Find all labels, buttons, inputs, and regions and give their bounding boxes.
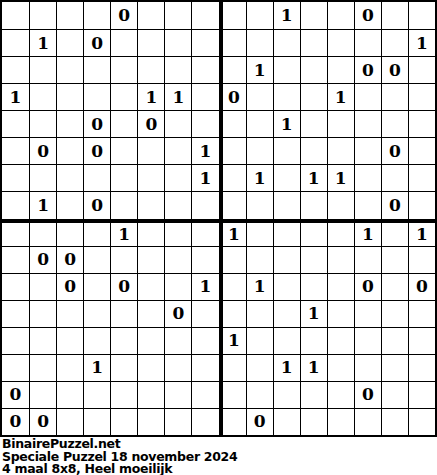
cell-r11c14-given: 0 bbox=[354, 273, 381, 300]
cell-r16c9-empty[interactable] bbox=[219, 408, 246, 435]
cell-r10c10-empty[interactable] bbox=[246, 246, 273, 273]
cell-r10c12-empty[interactable] bbox=[300, 246, 327, 273]
cell-r3c1-empty[interactable] bbox=[2, 56, 29, 83]
cell-r1c16-empty[interactable] bbox=[408, 2, 435, 29]
cell-r13c2-empty[interactable] bbox=[29, 327, 56, 354]
cell-r13c12-empty[interactable] bbox=[300, 327, 327, 354]
cell-r7c14-empty[interactable] bbox=[354, 164, 381, 191]
cell-r6c3-empty[interactable] bbox=[56, 137, 83, 164]
cell-r4c15-empty[interactable] bbox=[381, 83, 408, 110]
cell-r7c13-given: 1 bbox=[327, 164, 354, 191]
cell-r10c5-empty[interactable] bbox=[110, 246, 137, 273]
cell-r8c15-given: 0 bbox=[381, 191, 408, 218]
cell-r8c9-empty[interactable] bbox=[219, 191, 246, 218]
cell-r12c11-empty[interactable] bbox=[273, 300, 300, 327]
cell-r12c1-empty[interactable] bbox=[2, 300, 29, 327]
cell-r3c9-empty[interactable] bbox=[219, 56, 246, 83]
cell-r14c12-given: 1 bbox=[300, 354, 327, 381]
cell-r10c9-empty[interactable] bbox=[219, 246, 246, 273]
cell-r13c3-empty[interactable] bbox=[56, 327, 83, 354]
cell-r16c5-empty[interactable] bbox=[110, 408, 137, 435]
cell-r7c12-given: 1 bbox=[300, 164, 327, 191]
cell-r4c2-empty[interactable] bbox=[29, 83, 56, 110]
cell-r3c15-given: 0 bbox=[381, 56, 408, 83]
cell-r7c6-empty[interactable] bbox=[137, 164, 164, 191]
cell-r14c7-empty[interactable] bbox=[164, 354, 191, 381]
cell-r7c9-empty[interactable] bbox=[219, 164, 246, 191]
cell-r8c6-empty[interactable] bbox=[137, 191, 164, 218]
cell-r13c9-given: 1 bbox=[219, 327, 246, 354]
cell-r9c3-empty[interactable] bbox=[56, 219, 83, 246]
cell-r10c1-empty[interactable] bbox=[2, 246, 29, 273]
cell-r16c6-empty[interactable] bbox=[137, 408, 164, 435]
cell-r5c6-given: 0 bbox=[137, 110, 164, 137]
cell-r6c6-empty[interactable] bbox=[137, 137, 164, 164]
cell-r4c3-empty[interactable] bbox=[56, 83, 83, 110]
cell-r2c4-given: 0 bbox=[83, 29, 110, 56]
cell-r13c5-empty[interactable] bbox=[110, 327, 137, 354]
cell-r1c2-empty[interactable] bbox=[29, 2, 56, 29]
cell-r1c9-empty[interactable] bbox=[219, 2, 246, 29]
cell-r11c11-empty[interactable] bbox=[273, 273, 300, 300]
cell-r7c11-empty[interactable] bbox=[273, 164, 300, 191]
cell-r2c15-empty[interactable] bbox=[381, 29, 408, 56]
cell-r8c10-empty[interactable] bbox=[246, 191, 273, 218]
cell-r1c6-empty[interactable] bbox=[137, 2, 164, 29]
cell-r10c16-empty[interactable] bbox=[408, 246, 435, 273]
cell-r7c15-empty[interactable] bbox=[381, 164, 408, 191]
cell-r15c7-empty[interactable] bbox=[164, 381, 191, 408]
cell-r5c14-empty[interactable] bbox=[354, 110, 381, 137]
cell-r1c15-empty[interactable] bbox=[381, 2, 408, 29]
cell-r4c7-given: 1 bbox=[164, 83, 191, 110]
cell-r8c8-empty[interactable] bbox=[191, 191, 218, 218]
cell-r16c12-empty[interactable] bbox=[300, 408, 327, 435]
cell-r1c13-empty[interactable] bbox=[327, 2, 354, 29]
cell-r14c16-empty[interactable] bbox=[408, 354, 435, 381]
cell-r9c16-given: 1 bbox=[408, 219, 435, 246]
cell-r12c14-empty[interactable] bbox=[354, 300, 381, 327]
cell-r12c10-empty[interactable] bbox=[246, 300, 273, 327]
cell-r8c16-empty[interactable] bbox=[408, 191, 435, 218]
cell-r10c14-empty[interactable] bbox=[354, 246, 381, 273]
cell-r16c13-empty[interactable] bbox=[327, 408, 354, 435]
cell-r15c13-empty[interactable] bbox=[327, 381, 354, 408]
cell-r15c11-empty[interactable] bbox=[273, 381, 300, 408]
cell-r15c5-empty[interactable] bbox=[110, 381, 137, 408]
cell-r8c14-empty[interactable] bbox=[354, 191, 381, 218]
cell-r10c2-given: 0 bbox=[29, 246, 56, 273]
cell-r14c14-empty[interactable] bbox=[354, 354, 381, 381]
cell-r3c7-empty[interactable] bbox=[164, 56, 191, 83]
cell-r13c10-empty[interactable] bbox=[246, 327, 273, 354]
cell-r11c10-given: 1 bbox=[246, 273, 273, 300]
cell-r9c14-given: 1 bbox=[354, 219, 381, 246]
cell-r7c3-empty[interactable] bbox=[56, 164, 83, 191]
cell-r1c1-empty[interactable] bbox=[2, 2, 29, 29]
cell-r4c4-empty[interactable] bbox=[83, 83, 110, 110]
cell-r9c4-empty[interactable] bbox=[83, 219, 110, 246]
cell-r2c12-empty[interactable] bbox=[300, 29, 327, 56]
cell-r16c4-empty[interactable] bbox=[83, 408, 110, 435]
cell-r14c5-empty[interactable] bbox=[110, 354, 137, 381]
cell-r6c1-empty[interactable] bbox=[2, 137, 29, 164]
cell-r5c3-empty[interactable] bbox=[56, 110, 83, 137]
cell-r2c7-empty[interactable] bbox=[164, 29, 191, 56]
cell-r2c6-empty[interactable] bbox=[137, 29, 164, 56]
cell-r12c8-empty[interactable] bbox=[191, 300, 218, 327]
cell-r4c14-empty[interactable] bbox=[354, 83, 381, 110]
cell-r4c10-empty[interactable] bbox=[246, 83, 273, 110]
puzzle-difficulty: 4 maal 8x8, Heel moeilijk bbox=[2, 463, 437, 475]
cell-r1c11-given: 1 bbox=[273, 2, 300, 29]
cell-r12c7-given: 0 bbox=[164, 300, 191, 327]
cell-r6c9-empty[interactable] bbox=[219, 137, 246, 164]
cell-r15c15-empty[interactable] bbox=[381, 381, 408, 408]
cell-r11c6-empty[interactable] bbox=[137, 273, 164, 300]
cell-r12c5-empty[interactable] bbox=[110, 300, 137, 327]
cell-r3c12-empty[interactable] bbox=[300, 56, 327, 83]
cell-r11c5-given: 0 bbox=[110, 273, 137, 300]
cell-r8c13-empty[interactable] bbox=[327, 191, 354, 218]
cell-r7c5-empty[interactable] bbox=[110, 164, 137, 191]
cell-r9c8-empty[interactable] bbox=[191, 219, 218, 246]
cell-r14c11-given: 1 bbox=[273, 354, 300, 381]
cell-r15c16-empty[interactable] bbox=[408, 381, 435, 408]
cell-r2c2-given: 1 bbox=[29, 29, 56, 56]
cell-r13c1-empty[interactable] bbox=[2, 327, 29, 354]
cell-r7c8-given: 1 bbox=[191, 164, 218, 191]
cell-r3c2-empty[interactable] bbox=[29, 56, 56, 83]
cell-r3c6-empty[interactable] bbox=[137, 56, 164, 83]
cell-r16c11-empty[interactable] bbox=[273, 408, 300, 435]
cell-r15c3-empty[interactable] bbox=[56, 381, 83, 408]
cell-r4c8-empty[interactable] bbox=[191, 83, 218, 110]
cell-r4c9-given: 0 bbox=[219, 83, 246, 110]
cell-r6c7-empty[interactable] bbox=[164, 137, 191, 164]
cell-r4c6-given: 1 bbox=[137, 83, 164, 110]
cell-r11c7-empty[interactable] bbox=[164, 273, 191, 300]
cell-r4c16-empty[interactable] bbox=[408, 83, 435, 110]
cell-r12c13-empty[interactable] bbox=[327, 300, 354, 327]
cell-r11c13-empty[interactable] bbox=[327, 273, 354, 300]
cell-r1c7-empty[interactable] bbox=[164, 2, 191, 29]
cell-r10c7-empty[interactable] bbox=[164, 246, 191, 273]
cell-r14c10-empty[interactable] bbox=[246, 354, 273, 381]
cell-r12c12-given: 1 bbox=[300, 300, 327, 327]
cell-r2c16-given: 1 bbox=[408, 29, 435, 56]
cell-r7c7-empty[interactable] bbox=[164, 164, 191, 191]
cell-r16c8-empty[interactable] bbox=[191, 408, 218, 435]
cell-r9c12-empty[interactable] bbox=[300, 219, 327, 246]
cell-r1c10-empty[interactable] bbox=[246, 2, 273, 29]
cell-r8c3-empty[interactable] bbox=[56, 191, 83, 218]
cell-r10c4-empty[interactable] bbox=[83, 246, 110, 273]
cell-r5c10-empty[interactable] bbox=[246, 110, 273, 137]
cell-r8c11-empty[interactable] bbox=[273, 191, 300, 218]
cell-r13c6-empty[interactable] bbox=[137, 327, 164, 354]
cell-r9c6-empty[interactable] bbox=[137, 219, 164, 246]
cell-r1c8-empty[interactable] bbox=[191, 2, 218, 29]
cell-r12c16-empty[interactable] bbox=[408, 300, 435, 327]
cell-r13c15-empty[interactable] bbox=[381, 327, 408, 354]
cell-r1c3-empty[interactable] bbox=[56, 2, 83, 29]
cell-r7c4-empty[interactable] bbox=[83, 164, 110, 191]
cell-r5c4-given: 0 bbox=[83, 110, 110, 137]
cell-r3c13-empty[interactable] bbox=[327, 56, 354, 83]
cell-r9c1-empty[interactable] bbox=[2, 219, 29, 246]
cell-r14c15-empty[interactable] bbox=[381, 354, 408, 381]
cell-r13c8-empty[interactable] bbox=[191, 327, 218, 354]
cell-r16c15-empty[interactable] bbox=[381, 408, 408, 435]
cell-r8c1-empty[interactable] bbox=[2, 191, 29, 218]
cell-r5c2-empty[interactable] bbox=[29, 110, 56, 137]
cell-r5c1-empty[interactable] bbox=[2, 110, 29, 137]
cell-r5c8-empty[interactable] bbox=[191, 110, 218, 137]
cell-r16c3-empty[interactable] bbox=[56, 408, 83, 435]
cell-r15c6-empty[interactable] bbox=[137, 381, 164, 408]
cell-r2c8-empty[interactable] bbox=[191, 29, 218, 56]
cell-r10c3-given: 0 bbox=[56, 246, 83, 273]
caption: BinairePuzzel.net Speciale Puzzel 18 nov… bbox=[0, 437, 437, 475]
cell-r9c7-empty[interactable] bbox=[164, 219, 191, 246]
cell-r2c11-empty[interactable] bbox=[273, 29, 300, 56]
cell-r15c2-empty[interactable] bbox=[29, 381, 56, 408]
cell-r4c13-given: 1 bbox=[327, 83, 354, 110]
cell-r9c9-given: 1 bbox=[219, 219, 246, 246]
cell-r3c8-empty[interactable] bbox=[191, 56, 218, 83]
cell-r15c1-given: 0 bbox=[2, 381, 29, 408]
cell-r14c1-empty[interactable] bbox=[2, 354, 29, 381]
cell-r7c16-empty[interactable] bbox=[408, 164, 435, 191]
cell-r9c2-empty[interactable] bbox=[29, 219, 56, 246]
cell-r3c3-empty[interactable] bbox=[56, 56, 83, 83]
cell-r14c8-empty[interactable] bbox=[191, 354, 218, 381]
cell-r8c5-empty[interactable] bbox=[110, 191, 137, 218]
cell-r6c5-empty[interactable] bbox=[110, 137, 137, 164]
cell-r6c12-empty[interactable] bbox=[300, 137, 327, 164]
cell-r11c12-empty[interactable] bbox=[300, 273, 327, 300]
cell-r13c4-empty[interactable] bbox=[83, 327, 110, 354]
cell-r8c7-empty[interactable] bbox=[164, 191, 191, 218]
cell-r3c4-empty[interactable] bbox=[83, 56, 110, 83]
cell-r16c10-given: 0 bbox=[246, 408, 273, 435]
cell-r15c9-empty[interactable] bbox=[219, 381, 246, 408]
cell-r14c2-empty[interactable] bbox=[29, 354, 56, 381]
cell-r4c5-empty[interactable] bbox=[110, 83, 137, 110]
cell-r15c8-empty[interactable] bbox=[191, 381, 218, 408]
cell-r5c11-given: 1 bbox=[273, 110, 300, 137]
cell-r9c5-given: 1 bbox=[110, 219, 137, 246]
cell-r2c1-empty[interactable] bbox=[2, 29, 29, 56]
cell-r9c13-empty[interactable] bbox=[327, 219, 354, 246]
cell-r14c4-given: 1 bbox=[83, 354, 110, 381]
cell-r11c8-given: 1 bbox=[191, 273, 218, 300]
cell-r10c13-empty[interactable] bbox=[327, 246, 354, 273]
cell-r12c3-empty[interactable] bbox=[56, 300, 83, 327]
cell-r7c1-empty[interactable] bbox=[2, 164, 29, 191]
cell-r6c16-empty[interactable] bbox=[408, 137, 435, 164]
cell-r3c11-empty[interactable] bbox=[273, 56, 300, 83]
cell-r6c11-empty[interactable] bbox=[273, 137, 300, 164]
cell-r10c6-empty[interactable] bbox=[137, 246, 164, 273]
cell-r5c13-empty[interactable] bbox=[327, 110, 354, 137]
cell-r14c6-empty[interactable] bbox=[137, 354, 164, 381]
cell-r5c16-empty[interactable] bbox=[408, 110, 435, 137]
cell-r11c2-empty[interactable] bbox=[29, 273, 56, 300]
cell-r12c9-empty[interactable] bbox=[219, 300, 246, 327]
cell-r3c10-given: 1 bbox=[246, 56, 273, 83]
cell-r1c5-given: 0 bbox=[110, 2, 137, 29]
cell-r7c2-empty[interactable] bbox=[29, 164, 56, 191]
cell-r13c14-empty[interactable] bbox=[354, 327, 381, 354]
cell-r11c9-empty[interactable] bbox=[219, 273, 246, 300]
cell-r11c4-empty[interactable] bbox=[83, 273, 110, 300]
cell-r15c12-empty[interactable] bbox=[300, 381, 327, 408]
cell-r6c15-given: 0 bbox=[381, 137, 408, 164]
cell-r16c7-empty[interactable] bbox=[164, 408, 191, 435]
cell-r5c5-empty[interactable] bbox=[110, 110, 137, 137]
cell-r15c4-empty[interactable] bbox=[83, 381, 110, 408]
cell-r3c5-empty[interactable] bbox=[110, 56, 137, 83]
cell-r1c12-empty[interactable] bbox=[300, 2, 327, 29]
cell-r5c12-empty[interactable] bbox=[300, 110, 327, 137]
cell-r8c12-empty[interactable] bbox=[300, 191, 327, 218]
cell-r16c1-given: 0 bbox=[2, 408, 29, 435]
cell-r6c14-empty[interactable] bbox=[354, 137, 381, 164]
cell-r12c4-empty[interactable] bbox=[83, 300, 110, 327]
cell-r16c14-empty[interactable] bbox=[354, 408, 381, 435]
cell-r5c7-empty[interactable] bbox=[164, 110, 191, 137]
cell-r2c10-empty[interactable] bbox=[246, 29, 273, 56]
cell-r12c15-empty[interactable] bbox=[381, 300, 408, 327]
cell-r14c3-empty[interactable] bbox=[56, 354, 83, 381]
cell-r9c10-empty[interactable] bbox=[246, 219, 273, 246]
cell-r3c14-given: 0 bbox=[354, 56, 381, 83]
cell-r12c2-empty[interactable] bbox=[29, 300, 56, 327]
cell-r2c13-empty[interactable] bbox=[327, 29, 354, 56]
cell-r13c13-empty[interactable] bbox=[327, 327, 354, 354]
binary-puzzle-board: 0101011001110100100101111100111100001100… bbox=[0, 0, 437, 437]
cell-r5c15-empty[interactable] bbox=[381, 110, 408, 137]
cell-r13c11-empty[interactable] bbox=[273, 327, 300, 354]
cell-r2c14-empty[interactable] bbox=[354, 29, 381, 56]
cell-r2c3-empty[interactable] bbox=[56, 29, 83, 56]
cell-r5c9-empty[interactable] bbox=[219, 110, 246, 137]
cell-r11c16-given: 0 bbox=[408, 273, 435, 300]
cell-r1c4-empty[interactable] bbox=[83, 2, 110, 29]
cell-r10c11-empty[interactable] bbox=[273, 246, 300, 273]
cell-r16c16-empty[interactable] bbox=[408, 408, 435, 435]
cell-r4c11-empty[interactable] bbox=[273, 83, 300, 110]
cell-r13c7-empty[interactable] bbox=[164, 327, 191, 354]
cell-r16c2-given: 0 bbox=[29, 408, 56, 435]
cell-r1c14-given: 0 bbox=[354, 2, 381, 29]
cell-r10c8-empty[interactable] bbox=[191, 246, 218, 273]
cell-r6c4-given: 0 bbox=[83, 137, 110, 164]
cell-r2c5-empty[interactable] bbox=[110, 29, 137, 56]
cell-r6c2-given: 0 bbox=[29, 137, 56, 164]
cell-r11c1-empty[interactable] bbox=[2, 273, 29, 300]
cell-r6c8-given: 1 bbox=[191, 137, 218, 164]
cell-r10c15-empty[interactable] bbox=[381, 246, 408, 273]
cell-r8c2-given: 1 bbox=[29, 191, 56, 218]
cell-r6c13-empty[interactable] bbox=[327, 137, 354, 164]
cell-r13c16-empty[interactable] bbox=[408, 327, 435, 354]
cell-r15c10-empty[interactable] bbox=[246, 381, 273, 408]
cell-r11c15-empty[interactable] bbox=[381, 273, 408, 300]
cell-r12c6-empty[interactable] bbox=[137, 300, 164, 327]
cell-r9c11-empty[interactable] bbox=[273, 219, 300, 246]
cell-r7c10-given: 1 bbox=[246, 164, 273, 191]
cell-r9c15-empty[interactable] bbox=[381, 219, 408, 246]
cell-r11c3-given: 0 bbox=[56, 273, 83, 300]
cell-r4c12-empty[interactable] bbox=[300, 83, 327, 110]
cell-r8c4-given: 0 bbox=[83, 191, 110, 218]
cell-r2c9-empty[interactable] bbox=[219, 29, 246, 56]
cell-r6c10-empty[interactable] bbox=[246, 137, 273, 164]
cell-r14c13-empty[interactable] bbox=[327, 354, 354, 381]
cell-r4c1-given: 1 bbox=[2, 83, 29, 110]
cell-r15c14-given: 0 bbox=[354, 381, 381, 408]
cell-r14c9-empty[interactable] bbox=[219, 354, 246, 381]
cell-r3c16-empty[interactable] bbox=[408, 56, 435, 83]
